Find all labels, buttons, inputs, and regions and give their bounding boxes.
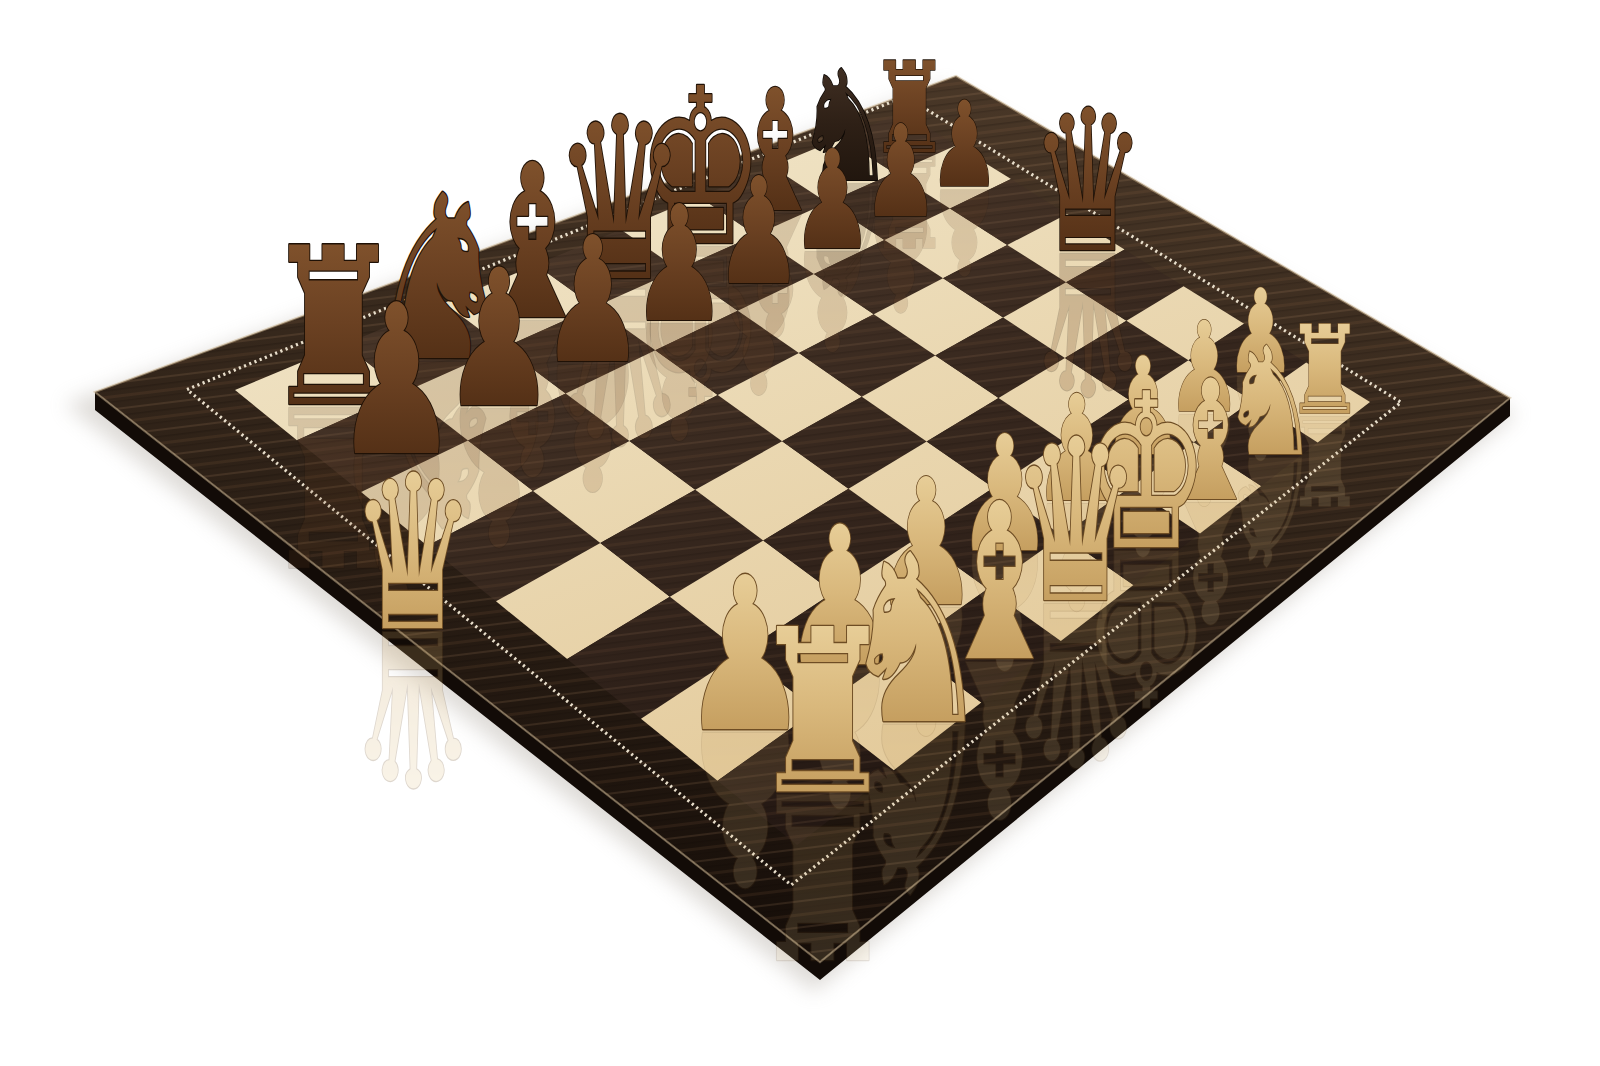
piece-white-rook-a1[interactable]: ♜♜ (750, 581, 896, 1005)
pieces: ♜♜♞♞♟♟♝♝♟♟♚♚♟♟♛♛♛♛♟♟♝♝♟♟♞♞♟♟♟♟♜♜♟♟♟♟♜♜♟♟… (263, 34, 1364, 1004)
extra-black-queen-margin-glyph: ♛ (1030, 68, 1146, 296)
chessboard-product-photo: ♜♜♞♞♟♟♝♝♟♟♚♚♟♟♛♛♛♛♟♟♝♝♟♟♞♞♟♟♟♟♜♜♟♟♟♟♜♜♟♟… (0, 0, 1600, 1066)
extra-white-queen-margin[interactable]: ♛♛ (350, 430, 477, 831)
extra-white-queen-margin-glyph: ♛ (350, 430, 477, 679)
piece-white-rook-a1-glyph: ♜ (750, 581, 896, 844)
chessboard: ♜♜♞♞♟♟♝♝♟♟♚♚♟♟♛♛♛♛♟♟♝♝♟♟♞♞♟♟♟♟♜♜♟♟♟♟♜♜♟♟… (0, 0, 1600, 1066)
